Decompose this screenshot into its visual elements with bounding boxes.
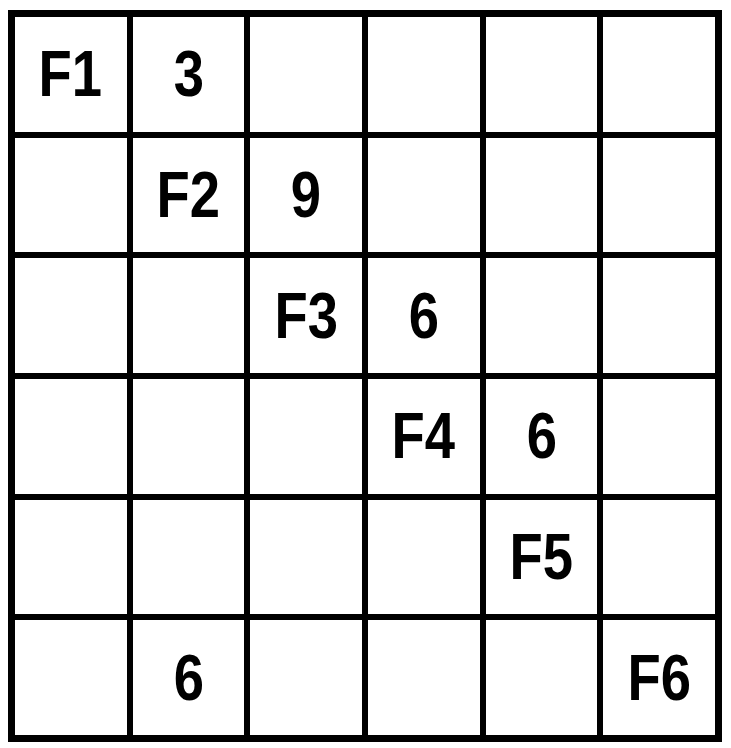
cell-r2-c1[interactable] bbox=[133, 258, 245, 373]
cell-label: F4 bbox=[392, 404, 455, 468]
cell-r4-c1[interactable] bbox=[133, 500, 245, 615]
cell-r0-c3[interactable] bbox=[368, 17, 480, 132]
cell-r3-c2[interactable] bbox=[250, 379, 362, 494]
cell-r5-c3[interactable] bbox=[368, 620, 480, 735]
cell-r1-c2[interactable]: 9 bbox=[250, 138, 362, 253]
cell-label: 3 bbox=[173, 42, 203, 106]
cell-r2-c4[interactable] bbox=[486, 258, 598, 373]
cell-label: 6 bbox=[409, 284, 439, 348]
cell-r2-c3[interactable]: 6 bbox=[368, 258, 480, 373]
cell-label: F1 bbox=[39, 42, 102, 106]
cell-r2-c0[interactable] bbox=[15, 258, 127, 373]
cell-r5-c1[interactable]: 6 bbox=[133, 620, 245, 735]
cell-r4-c2[interactable] bbox=[250, 500, 362, 615]
cell-r3-c1[interactable] bbox=[133, 379, 245, 494]
cell-r5-c0[interactable] bbox=[15, 620, 127, 735]
cell-r0-c2[interactable] bbox=[250, 17, 362, 132]
cell-label: F2 bbox=[157, 163, 220, 227]
cell-r4-c4[interactable]: F5 bbox=[486, 500, 598, 615]
cell-r2-c5[interactable] bbox=[603, 258, 715, 373]
cell-r3-c3[interactable]: F4 bbox=[368, 379, 480, 494]
cell-r0-c4[interactable] bbox=[486, 17, 598, 132]
board-grid: F1 3 F2 9 F3 6 F4 6 F5 6 F6 bbox=[8, 10, 722, 742]
cell-r0-c0[interactable]: F1 bbox=[15, 17, 127, 132]
cell-r0-c1[interactable]: 3 bbox=[133, 17, 245, 132]
cell-r4-c3[interactable] bbox=[368, 500, 480, 615]
cell-r1-c0[interactable] bbox=[15, 138, 127, 253]
cell-r3-c0[interactable] bbox=[15, 379, 127, 494]
cell-r5-c4[interactable] bbox=[486, 620, 598, 735]
cell-r3-c5[interactable] bbox=[603, 379, 715, 494]
cell-r5-c5[interactable]: F6 bbox=[603, 620, 715, 735]
cell-r3-c4[interactable]: 6 bbox=[486, 379, 598, 494]
cell-r1-c1[interactable]: F2 bbox=[133, 138, 245, 253]
cell-r2-c2[interactable]: F3 bbox=[250, 258, 362, 373]
cell-r1-c3[interactable] bbox=[368, 138, 480, 253]
cell-r1-c4[interactable] bbox=[486, 138, 598, 253]
cell-r5-c2[interactable] bbox=[250, 620, 362, 735]
cell-r4-c5[interactable] bbox=[603, 500, 715, 615]
cell-r0-c5[interactable] bbox=[603, 17, 715, 132]
cell-label: F3 bbox=[274, 284, 337, 348]
cell-label: 6 bbox=[173, 646, 203, 710]
cell-label: 6 bbox=[526, 404, 556, 468]
cell-label: 9 bbox=[291, 163, 321, 227]
cell-label: F5 bbox=[510, 525, 573, 589]
cell-label: F6 bbox=[627, 646, 690, 710]
cell-r4-c0[interactable] bbox=[15, 500, 127, 615]
cell-r1-c5[interactable] bbox=[603, 138, 715, 253]
